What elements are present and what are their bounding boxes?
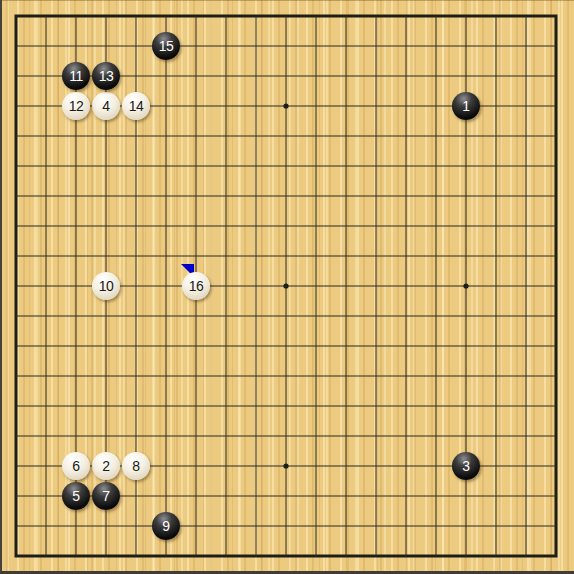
- move-number: 16: [189, 278, 204, 294]
- star-point: [283, 283, 288, 288]
- stone-black-Q4[interactable]: 3: [452, 452, 480, 480]
- go-diagram: 12345678910111213141516: [0, 0, 574, 574]
- move-number: 1: [462, 98, 469, 114]
- move-number: 6: [72, 458, 79, 474]
- move-number: 15: [159, 38, 174, 54]
- stone-white-E16[interactable]: 14: [122, 92, 150, 120]
- stone-white-D10[interactable]: 10: [92, 272, 120, 300]
- stone-white-D4[interactable]: 2: [92, 452, 120, 480]
- stone-white-C4[interactable]: 6: [62, 452, 90, 480]
- stone-white-G10[interactable]: 16: [182, 272, 210, 300]
- stone-white-E4[interactable]: 8: [122, 452, 150, 480]
- move-number: 7: [102, 488, 109, 504]
- move-number: 12: [69, 98, 84, 114]
- stone-black-D17[interactable]: 13: [92, 62, 120, 90]
- board-edge-top: [0, 0, 574, 1]
- move-number: 3: [462, 458, 469, 474]
- move-number: 8: [132, 458, 139, 474]
- move-number: 5: [72, 488, 79, 504]
- stone-black-C17[interactable]: 11: [62, 62, 90, 90]
- move-number: 14: [129, 98, 144, 114]
- stone-black-Q16[interactable]: 1: [452, 92, 480, 120]
- star-point: [463, 283, 468, 288]
- star-point: [283, 463, 288, 468]
- move-number: 2: [102, 458, 109, 474]
- stone-black-F2[interactable]: 9: [152, 512, 180, 540]
- move-number: 13: [99, 68, 114, 84]
- stone-black-C3[interactable]: 5: [62, 482, 90, 510]
- stone-white-D16[interactable]: 4: [92, 92, 120, 120]
- move-number: 10: [99, 278, 114, 294]
- board-edge-left: [0, 0, 2, 574]
- stone-white-C16[interactable]: 12: [62, 92, 90, 120]
- stone-black-D3[interactable]: 7: [92, 482, 120, 510]
- star-point: [283, 103, 288, 108]
- move-number: 11: [69, 68, 83, 84]
- move-number: 9: [162, 518, 169, 534]
- move-number: 4: [102, 98, 109, 114]
- stone-black-F18[interactable]: 15: [152, 32, 180, 60]
- go-board[interactable]: 12345678910111213141516: [0, 0, 574, 574]
